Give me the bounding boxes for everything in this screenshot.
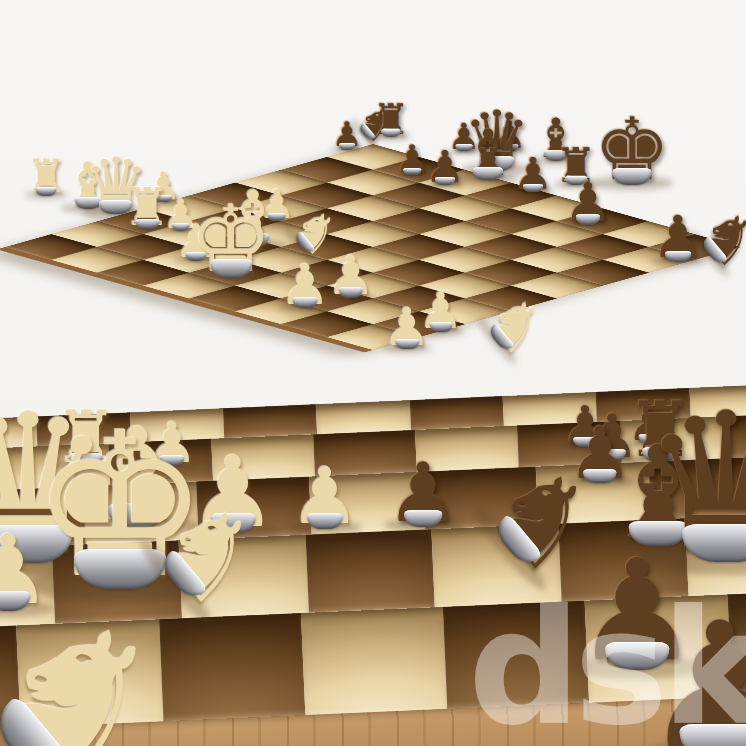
product-render-canvas: ♜♝♛♟♜♟♝♚♟♟♞♟♟♟♟♞♟♞♜♟♟♟♟♝♛♝♟♜♟♚♟♞ ♛♚♜♝♟♟♞… xyxy=(0,0,746,746)
chess-piece-maple-pawn: ♟ xyxy=(288,452,362,530)
watermark-3dsky: dsky xyxy=(468,576,746,746)
chess-piece-walnut-pawn: ♟ xyxy=(384,446,462,528)
chrome-wobble-base xyxy=(307,513,343,529)
chess-piece-maple-pawn: ♟ xyxy=(0,516,54,612)
